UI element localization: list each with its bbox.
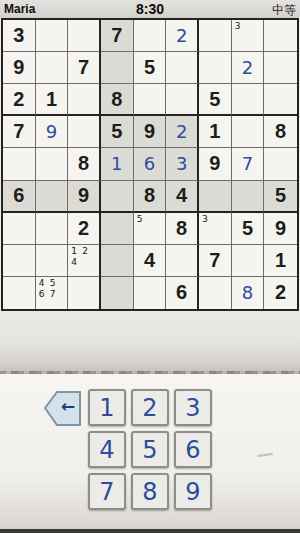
bottom-edge-bar xyxy=(0,529,300,533)
cell-r5c8[interactable]: 7 xyxy=(232,148,265,180)
sudoku-board: 3723975221857959218816397698452583591244… xyxy=(1,18,299,311)
given-digit: 6 xyxy=(13,184,24,207)
given-digit: 6 xyxy=(176,281,187,304)
given-digit: 1 xyxy=(46,88,57,111)
cell-r6c1[interactable]: 6 xyxy=(3,181,36,213)
cell-r2c2[interactable] xyxy=(36,52,69,84)
given-digit: 7 xyxy=(111,24,122,47)
cell-r1c9[interactable] xyxy=(264,20,297,52)
cell-r2c8[interactable]: 2 xyxy=(232,52,265,84)
cell-r3c4[interactable]: 8 xyxy=(101,84,134,116)
user-digit: 3 xyxy=(176,153,187,174)
key-9[interactable]: 9 xyxy=(174,473,212,510)
cell-r8c3[interactable]: 124 xyxy=(68,245,101,277)
cell-r7c1[interactable] xyxy=(3,213,36,245)
given-digit: 8 xyxy=(144,184,155,207)
cell-r2c7[interactable] xyxy=(199,52,232,84)
cell-r6c9[interactable]: 5 xyxy=(264,181,297,213)
cell-r3c7[interactable]: 5 xyxy=(199,84,232,116)
cell-r7c8[interactable]: 5 xyxy=(232,213,265,245)
cell-r1c4[interactable]: 7 xyxy=(101,20,134,52)
number-keypad: 1 2 3 4 5 6 7 8 9 xyxy=(88,389,212,510)
cell-r2c9[interactable] xyxy=(264,52,297,84)
cell-r7c3[interactable]: 2 xyxy=(68,213,101,245)
pencil-marks: 124 xyxy=(71,246,93,268)
cell-r6c2[interactable] xyxy=(36,181,69,213)
cell-r4c8[interactable] xyxy=(232,116,265,148)
cell-r6c4[interactable] xyxy=(101,181,134,213)
cell-r6c8[interactable] xyxy=(232,181,265,213)
cell-r9c2[interactable]: 4567 xyxy=(36,277,69,309)
cell-r9c4[interactable] xyxy=(101,277,134,309)
cell-r9c5[interactable] xyxy=(134,277,167,309)
cell-r4c2[interactable]: 9 xyxy=(36,116,69,148)
cell-r1c3[interactable] xyxy=(68,20,101,52)
key-8[interactable]: 8 xyxy=(131,473,169,510)
cell-r4c3[interactable] xyxy=(68,116,101,148)
cell-r1c1[interactable]: 3 xyxy=(3,20,36,52)
given-digit: 1 xyxy=(209,120,220,143)
difficulty-label: 中等 xyxy=(272,2,296,19)
cell-r7c6[interactable]: 8 xyxy=(166,213,199,245)
given-digit: 7 xyxy=(13,120,24,143)
cell-r9c1[interactable] xyxy=(3,277,36,309)
cell-r8c5[interactable]: 4 xyxy=(134,245,167,277)
given-digit: 2 xyxy=(13,88,24,111)
given-digit: 5 xyxy=(144,56,155,79)
cell-r1c6[interactable]: 2 xyxy=(166,20,199,52)
cell-r9c8[interactable]: 8 xyxy=(232,277,265,309)
key-7[interactable]: 7 xyxy=(88,473,126,510)
paper-shadow-band xyxy=(0,311,300,371)
cell-r3c1[interactable]: 2 xyxy=(3,84,36,116)
cell-r6c5[interactable]: 8 xyxy=(134,181,167,213)
given-digit: 3 xyxy=(13,24,24,47)
cell-r5c3[interactable]: 8 xyxy=(68,148,101,180)
user-digit: 2 xyxy=(176,121,187,142)
cell-r5c5[interactable]: 6 xyxy=(134,148,167,180)
given-digit: 9 xyxy=(13,56,24,79)
cell-r4c7[interactable]: 1 xyxy=(199,116,232,148)
cell-r6c6[interactable]: 4 xyxy=(166,181,199,213)
given-digit: 5 xyxy=(111,120,122,143)
user-digit: 1 xyxy=(111,153,122,174)
given-digit: 9 xyxy=(144,120,155,143)
given-digit: 9 xyxy=(209,152,220,175)
pencil-marks: 3 xyxy=(235,21,257,32)
given-digit: 7 xyxy=(78,56,89,79)
pencil-marks: 4567 xyxy=(39,278,61,300)
cell-r9c7[interactable] xyxy=(199,277,232,309)
cell-r8c9[interactable]: 1 xyxy=(264,245,297,277)
cell-r8c7[interactable]: 7 xyxy=(199,245,232,277)
pencil-marks: 5 xyxy=(137,214,159,225)
cell-r3c6[interactable] xyxy=(166,84,199,116)
undo-button[interactable]: ← xyxy=(44,390,82,427)
cell-r5c7[interactable]: 9 xyxy=(199,148,232,180)
given-digit: 8 xyxy=(78,152,89,175)
cell-r8c6[interactable] xyxy=(166,245,199,277)
cell-r2c4[interactable] xyxy=(101,52,134,84)
cell-r1c5[interactable] xyxy=(134,20,167,52)
given-digit: 7 xyxy=(209,249,220,272)
key-3[interactable]: 3 xyxy=(174,389,212,426)
given-digit: 1 xyxy=(275,249,286,272)
cell-r8c4[interactable] xyxy=(101,245,134,277)
cell-r1c2[interactable] xyxy=(36,20,69,52)
pencil-marks: 3 xyxy=(202,214,224,225)
cell-r1c8[interactable]: 3 xyxy=(232,20,265,52)
cell-r4c6[interactable]: 2 xyxy=(166,116,199,148)
game-timer: 8:30 xyxy=(0,1,300,17)
cell-r5c9[interactable] xyxy=(264,148,297,180)
cell-r5c6[interactable]: 3 xyxy=(166,148,199,180)
cell-r3c8[interactable] xyxy=(232,84,265,116)
cell-r8c8[interactable] xyxy=(232,245,265,277)
given-digit: 8 xyxy=(176,217,187,240)
key-5[interactable]: 5 xyxy=(131,431,169,468)
given-digit: 8 xyxy=(111,88,122,111)
given-digit: 8 xyxy=(275,120,286,143)
cell-r2c6[interactable] xyxy=(166,52,199,84)
cell-r1c7[interactable] xyxy=(199,20,232,52)
cell-r3c5[interactable] xyxy=(134,84,167,116)
given-digit: 2 xyxy=(275,281,286,304)
user-digit: 9 xyxy=(46,121,57,142)
cell-r8c1[interactable] xyxy=(3,245,36,277)
cell-r9c6[interactable]: 6 xyxy=(166,277,199,309)
cell-r7c4[interactable] xyxy=(101,213,134,245)
cell-r3c9[interactable] xyxy=(264,84,297,116)
cell-r7c7[interactable]: 3 xyxy=(199,213,232,245)
given-digit: 5 xyxy=(242,217,253,240)
cell-r4c4[interactable]: 5 xyxy=(101,116,134,148)
given-digit: 4 xyxy=(144,249,155,272)
cell-r3c2[interactable]: 1 xyxy=(36,84,69,116)
cell-r7c9[interactable]: 9 xyxy=(264,213,297,245)
cell-r2c3[interactable]: 7 xyxy=(68,52,101,84)
key-6[interactable]: 6 xyxy=(174,431,212,468)
user-digit: 2 xyxy=(176,25,187,46)
cell-r9c3[interactable] xyxy=(68,277,101,309)
cell-r2c1[interactable]: 9 xyxy=(3,52,36,84)
key-2[interactable]: 2 xyxy=(131,389,169,426)
cell-r9c9[interactable]: 2 xyxy=(264,277,297,309)
user-digit: 7 xyxy=(242,153,253,174)
user-digit: 8 xyxy=(242,282,253,303)
cell-r6c7[interactable] xyxy=(199,181,232,213)
user-digit: 6 xyxy=(144,153,155,174)
cell-r7c5[interactable]: 5 xyxy=(134,213,167,245)
given-digit: 5 xyxy=(275,184,286,207)
cell-r3c3[interactable] xyxy=(68,84,101,116)
given-digit: 9 xyxy=(78,184,89,207)
cell-r2c5[interactable]: 5 xyxy=(134,52,167,84)
cell-r5c1[interactable] xyxy=(3,148,36,180)
given-digit: 9 xyxy=(275,217,286,240)
top-bar: Maria 8:30 中等 xyxy=(0,0,300,18)
cell-r4c5[interactable]: 9 xyxy=(134,116,167,148)
cell-r5c2[interactable] xyxy=(36,148,69,180)
key-4[interactable]: 4 xyxy=(88,431,126,468)
undo-arrow-icon: ← xyxy=(55,396,81,416)
cell-r5c4[interactable]: 1 xyxy=(101,148,134,180)
given-digit: 4 xyxy=(176,184,187,207)
user-digit: 2 xyxy=(242,57,253,78)
given-digit: 5 xyxy=(209,88,220,111)
given-digit: 2 xyxy=(78,217,89,240)
key-1[interactable]: 1 xyxy=(88,389,126,426)
cell-r4c1[interactable]: 7 xyxy=(3,116,36,148)
cell-r4c9[interactable]: 8 xyxy=(264,116,297,148)
cell-r6c3[interactable]: 9 xyxy=(68,181,101,213)
cell-r8c2[interactable] xyxy=(36,245,69,277)
cell-r7c2[interactable] xyxy=(36,213,69,245)
